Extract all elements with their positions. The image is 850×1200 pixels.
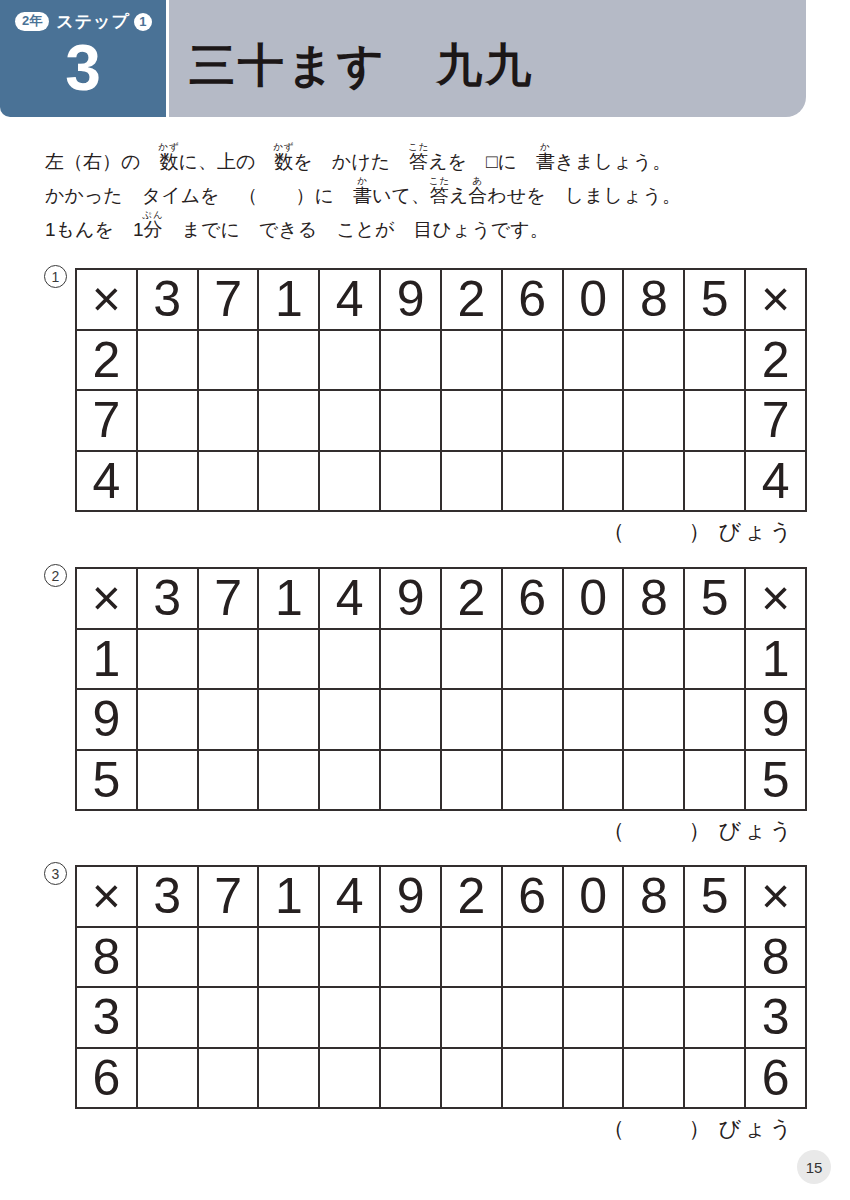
time-unit-label: びょう bbox=[718, 1116, 795, 1141]
instruction-ruby: 書か bbox=[536, 151, 555, 172]
answer-cell[interactable] bbox=[624, 751, 683, 810]
answer-cell[interactable] bbox=[624, 690, 683, 749]
row-number-cell-right: 7 bbox=[746, 391, 805, 450]
answer-cell[interactable] bbox=[685, 391, 744, 450]
row-number-cell-left: 5 bbox=[77, 751, 136, 810]
multiply-sign-cell: × bbox=[77, 867, 136, 926]
row-number-cell-right: 2 bbox=[746, 331, 805, 390]
answer-cell[interactable] bbox=[624, 630, 683, 689]
multiply-sign-cell: × bbox=[77, 569, 136, 628]
answer-cell[interactable] bbox=[259, 331, 318, 390]
furigana: こた bbox=[408, 141, 429, 152]
row-number-cell-right: 8 bbox=[746, 928, 805, 987]
row-number-cell-right: 6 bbox=[746, 1049, 805, 1108]
multiplier-cell: 7 bbox=[199, 270, 258, 329]
instruction-text: 1もんを 1 bbox=[45, 219, 143, 240]
answer-cell[interactable] bbox=[381, 391, 440, 450]
instruction-text: いて、 bbox=[372, 185, 430, 206]
answer-cell[interactable] bbox=[381, 1049, 440, 1108]
step-number-icon: 1 bbox=[134, 13, 152, 31]
answer-cell[interactable] bbox=[624, 331, 683, 390]
multiplier-cell: 9 bbox=[381, 569, 440, 628]
instruction-text: までに できる ことが 目ひょうです。 bbox=[162, 219, 548, 240]
paren-close: ） bbox=[688, 1116, 710, 1141]
answer-cell[interactable] bbox=[503, 391, 562, 450]
answer-cell[interactable] bbox=[685, 751, 744, 810]
answer-cell[interactable] bbox=[381, 331, 440, 390]
answer-cell[interactable] bbox=[442, 331, 501, 390]
instruction-text: を かけた bbox=[293, 151, 409, 172]
answer-cell[interactable] bbox=[685, 1049, 744, 1108]
multiplier-cell: 2 bbox=[442, 569, 501, 628]
answer-cell[interactable] bbox=[138, 391, 197, 450]
answer-cell[interactable] bbox=[381, 988, 440, 1047]
answer-cell[interactable] bbox=[442, 1049, 501, 1108]
multiplier-cell: 3 bbox=[138, 569, 197, 628]
answer-cell[interactable] bbox=[381, 690, 440, 749]
answer-cell[interactable] bbox=[564, 331, 623, 390]
instruction-ruby: 数かず bbox=[274, 151, 293, 172]
answer-cell[interactable] bbox=[685, 690, 744, 749]
lesson-number: 3 bbox=[0, 36, 166, 100]
answer-cell[interactable] bbox=[320, 751, 379, 810]
answer-cell[interactable] bbox=[503, 690, 562, 749]
answer-cell[interactable] bbox=[503, 1049, 562, 1108]
answer-cell[interactable] bbox=[685, 988, 744, 1047]
answer-cell[interactable] bbox=[138, 630, 197, 689]
answer-cell[interactable] bbox=[503, 988, 562, 1047]
step-label-text: ステップ bbox=[56, 10, 130, 33]
instruction-text: 書 bbox=[353, 185, 372, 206]
instruction-text: 数 bbox=[273, 151, 294, 172]
instruction-text: 合 bbox=[468, 185, 487, 206]
step-label: ステップ 1 bbox=[56, 10, 152, 33]
answer-cell[interactable] bbox=[320, 988, 379, 1047]
instruction-ruby: 答こた bbox=[409, 151, 428, 172]
answer-cell[interactable] bbox=[320, 331, 379, 390]
multiplication-grid-1: ×3714926085×227744 bbox=[75, 268, 807, 512]
instruction-ruby: 分ぷん bbox=[143, 219, 162, 240]
multiplier-cell: 3 bbox=[138, 270, 197, 329]
time-record-2: （）びょう bbox=[75, 816, 807, 848]
header-badge-row: 2年 ステップ 1 bbox=[0, 0, 166, 33]
answer-cell[interactable] bbox=[564, 630, 623, 689]
multiplier-cell: 8 bbox=[624, 867, 683, 926]
multiply-sign-cell: × bbox=[746, 569, 805, 628]
multiplier-cell: 0 bbox=[564, 270, 623, 329]
instruction-text: 答 bbox=[429, 185, 450, 206]
time-unit-label: びょう bbox=[718, 818, 795, 843]
answer-cell[interactable] bbox=[503, 928, 562, 987]
answer-cell[interactable] bbox=[624, 928, 683, 987]
instruction-ruby: 書か bbox=[353, 185, 372, 206]
paren-close: ） bbox=[688, 519, 710, 544]
row-number-cell-right: 5 bbox=[746, 751, 805, 810]
answer-cell[interactable] bbox=[685, 630, 744, 689]
multiplier-cell: 7 bbox=[199, 569, 258, 628]
answer-cell[interactable] bbox=[138, 331, 197, 390]
multiplier-cell: 1 bbox=[259, 270, 318, 329]
row-number-cell-right: 9 bbox=[746, 690, 805, 749]
time-record-3: （）びょう bbox=[75, 1114, 807, 1146]
answer-cell[interactable] bbox=[685, 452, 744, 511]
paren-open: （ bbox=[602, 519, 624, 544]
answer-cell[interactable] bbox=[503, 630, 562, 689]
multiplier-cell: 4 bbox=[320, 270, 379, 329]
instruction-text: 左（右）の bbox=[45, 151, 159, 172]
row-number-cell-right: 3 bbox=[746, 988, 805, 1047]
instruction-ruby: 数かず bbox=[159, 151, 178, 172]
multiplier-cell: 7 bbox=[199, 867, 258, 926]
title-bar: 三十ます 九九 bbox=[169, 0, 806, 117]
answer-cell[interactable] bbox=[138, 452, 197, 511]
multiply-sign-cell: × bbox=[746, 867, 805, 926]
answer-cell[interactable] bbox=[259, 391, 318, 450]
instruction-text: 分 bbox=[142, 219, 163, 240]
answer-cell[interactable] bbox=[320, 1049, 379, 1108]
answer-cell[interactable] bbox=[564, 1049, 623, 1108]
multiplier-cell: 4 bbox=[320, 867, 379, 926]
furigana: か bbox=[353, 175, 372, 186]
grid-1-index: 1 bbox=[44, 265, 67, 288]
page-number: 15 bbox=[806, 1159, 823, 1176]
multiplier-cell: 5 bbox=[685, 867, 744, 926]
answer-cell[interactable] bbox=[320, 630, 379, 689]
multiplier-cell: 1 bbox=[259, 569, 318, 628]
instruction-text: きましょう。 bbox=[555, 151, 671, 172]
answer-cell[interactable] bbox=[564, 988, 623, 1047]
answer-cell[interactable] bbox=[442, 751, 501, 810]
multiply-sign-cell: × bbox=[77, 270, 136, 329]
instruction-line-2: かかった タイムを （ ）に 書かいて、答こたえ合あわせを しましょう。 bbox=[45, 176, 815, 210]
answer-cell[interactable] bbox=[442, 452, 501, 511]
answer-cell[interactable] bbox=[442, 391, 501, 450]
answer-cell[interactable] bbox=[199, 690, 258, 749]
furigana: こた bbox=[429, 175, 450, 186]
furigana: かず bbox=[158, 141, 179, 152]
answer-cell[interactable] bbox=[259, 452, 318, 511]
answer-cell[interactable] bbox=[199, 331, 258, 390]
multiplier-cell: 6 bbox=[503, 867, 562, 926]
answer-cell[interactable] bbox=[442, 928, 501, 987]
multiply-sign-cell: × bbox=[746, 270, 805, 329]
answer-cell[interactable] bbox=[442, 690, 501, 749]
multiplier-cell: 1 bbox=[259, 867, 318, 926]
answer-cell[interactable] bbox=[624, 452, 683, 511]
answer-cell[interactable] bbox=[138, 928, 197, 987]
instruction-line-1: 左（右）の 数かずに、上の 数かずを かけた 答こたえを □に 書かきましょう。 bbox=[45, 142, 815, 176]
furigana: か bbox=[536, 141, 555, 152]
answer-cell[interactable] bbox=[138, 988, 197, 1047]
time-record-1: （）びょう bbox=[75, 517, 807, 549]
multiplier-cell: 0 bbox=[564, 867, 623, 926]
instruction-text: えを □に bbox=[428, 151, 536, 172]
answer-cell[interactable] bbox=[381, 452, 440, 511]
furigana: かず bbox=[273, 141, 294, 152]
answer-cell[interactable] bbox=[503, 751, 562, 810]
row-number-cell-left: 4 bbox=[77, 452, 136, 511]
instruction-text: 数 bbox=[158, 151, 179, 172]
multiplier-cell: 4 bbox=[320, 569, 379, 628]
answer-cell[interactable] bbox=[685, 331, 744, 390]
answer-cell[interactable] bbox=[199, 1049, 258, 1108]
answer-cell[interactable] bbox=[503, 452, 562, 511]
furigana: あ bbox=[468, 175, 487, 186]
instruction-text: 答 bbox=[408, 151, 429, 172]
row-number-cell-left: 2 bbox=[77, 331, 136, 390]
answer-cell[interactable] bbox=[442, 630, 501, 689]
grade-badge: 2年 bbox=[15, 12, 49, 31]
answer-cell[interactable] bbox=[199, 751, 258, 810]
paren-close: ） bbox=[688, 818, 710, 843]
instruction-text: かかった タイムを （ ）に bbox=[45, 185, 353, 206]
answer-cell[interactable] bbox=[564, 391, 623, 450]
instruction-ruby: 合あ bbox=[468, 185, 487, 206]
multiplier-cell: 2 bbox=[442, 867, 501, 926]
answer-cell[interactable] bbox=[564, 751, 623, 810]
answer-cell[interactable] bbox=[381, 928, 440, 987]
answer-cell[interactable] bbox=[259, 928, 318, 987]
multiplier-cell: 5 bbox=[685, 270, 744, 329]
time-unit-label: びょう bbox=[718, 519, 795, 544]
answer-cell[interactable] bbox=[259, 690, 318, 749]
instruction-text: 書 bbox=[536, 151, 555, 172]
answer-cell[interactable] bbox=[320, 452, 379, 511]
answer-cell[interactable] bbox=[442, 988, 501, 1047]
answer-cell[interactable] bbox=[259, 1049, 318, 1108]
multiplier-cell: 9 bbox=[381, 270, 440, 329]
answer-cell[interactable] bbox=[564, 690, 623, 749]
answer-cell[interactable] bbox=[138, 690, 197, 749]
page-title: 三十ます 九九 bbox=[189, 21, 534, 97]
instruction-text: わせを しましょう。 bbox=[487, 185, 681, 206]
furigana: ぷん bbox=[142, 209, 163, 220]
multiplier-cell: 9 bbox=[381, 867, 440, 926]
multiplier-cell: 3 bbox=[138, 867, 197, 926]
multiplication-grid-2: ×3714926085×119955 bbox=[75, 567, 807, 811]
multiplier-cell: 8 bbox=[624, 569, 683, 628]
row-number-cell-left: 1 bbox=[77, 630, 136, 689]
answer-cell[interactable] bbox=[199, 928, 258, 987]
answer-cell[interactable] bbox=[624, 391, 683, 450]
page-number-badge: 15 bbox=[797, 1150, 831, 1184]
instructions: 左（右）の 数かずに、上の 数かずを かけた 答こたえを □に 書かきましょう。… bbox=[45, 142, 815, 244]
answer-cell[interactable] bbox=[320, 391, 379, 450]
multiplier-cell: 6 bbox=[503, 270, 562, 329]
row-number-cell-left: 6 bbox=[77, 1049, 136, 1108]
answer-cell[interactable] bbox=[564, 928, 623, 987]
answer-cell[interactable] bbox=[503, 331, 562, 390]
answer-cell[interactable] bbox=[199, 452, 258, 511]
grid-3-index: 3 bbox=[44, 862, 67, 885]
row-number-cell-left: 8 bbox=[77, 928, 136, 987]
multiplier-cell: 6 bbox=[503, 569, 562, 628]
answer-cell[interactable] bbox=[320, 690, 379, 749]
instruction-ruby: 答こた bbox=[430, 185, 449, 206]
grid-2-index: 2 bbox=[44, 564, 67, 587]
instruction-line-3: 1もんを 1分ぷん までに できる ことが 目ひょうです。 bbox=[45, 210, 815, 244]
answer-cell[interactable] bbox=[381, 630, 440, 689]
answer-cell[interactable] bbox=[199, 630, 258, 689]
answer-cell[interactable] bbox=[259, 751, 318, 810]
worksheet-page: 2年 ステップ 1 3 三十ます 九九 左（右）の 数かずに、上の 数かずを か… bbox=[0, 0, 850, 1200]
multiplier-cell: 8 bbox=[624, 270, 683, 329]
answer-cell[interactable] bbox=[624, 1049, 683, 1108]
multiplier-cell: 2 bbox=[442, 270, 501, 329]
answer-cell[interactable] bbox=[685, 928, 744, 987]
instruction-text: え bbox=[449, 185, 468, 206]
answer-cell[interactable] bbox=[138, 1049, 197, 1108]
paren-open: （ bbox=[602, 1116, 624, 1141]
multiplier-cell: 5 bbox=[685, 569, 744, 628]
answer-cell[interactable] bbox=[199, 391, 258, 450]
answer-cell[interactable] bbox=[381, 751, 440, 810]
row-number-cell-left: 3 bbox=[77, 988, 136, 1047]
answer-cell[interactable] bbox=[320, 928, 379, 987]
row-number-cell-right: 1 bbox=[746, 630, 805, 689]
row-number-cell-left: 9 bbox=[77, 690, 136, 749]
paren-open: （ bbox=[602, 818, 624, 843]
answer-cell[interactable] bbox=[259, 988, 318, 1047]
instruction-text: に、上の bbox=[178, 151, 274, 172]
row-number-cell-left: 7 bbox=[77, 391, 136, 450]
multiplier-cell: 0 bbox=[564, 569, 623, 628]
answer-cell[interactable] bbox=[624, 988, 683, 1047]
answer-cell[interactable] bbox=[259, 630, 318, 689]
answer-cell[interactable] bbox=[199, 988, 258, 1047]
answer-cell[interactable] bbox=[138, 751, 197, 810]
row-number-cell-right: 4 bbox=[746, 452, 805, 511]
answer-cell[interactable] bbox=[564, 452, 623, 511]
multiplication-grid-3: ×3714926085×883366 bbox=[75, 865, 807, 1109]
lesson-number-box: 2年 ステップ 1 3 bbox=[0, 0, 166, 117]
